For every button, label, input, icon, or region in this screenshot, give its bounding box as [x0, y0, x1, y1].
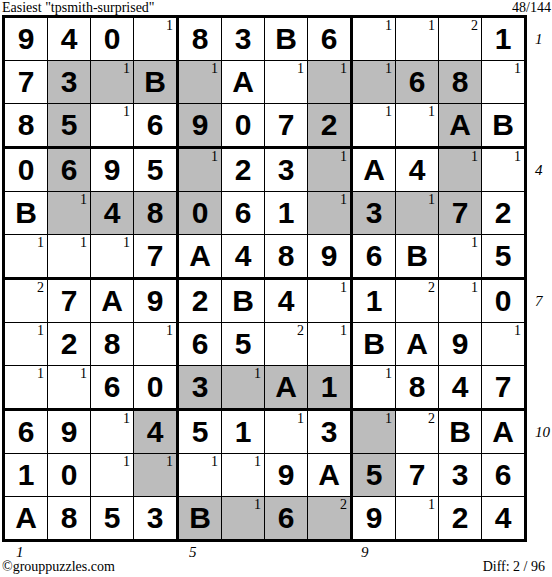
cell-value: 5 — [192, 417, 209, 447]
cell-r5c12[interactable]: 2 — [482, 192, 524, 235]
cell-r2c4[interactable]: B — [134, 61, 179, 104]
cell-r9c11[interactable]: 4 — [439, 366, 482, 411]
cell-r2c8[interactable]: 1 — [308, 61, 353, 104]
cell-r6c11[interactable]: 1 — [439, 235, 482, 280]
cell-value: 7 — [61, 286, 78, 316]
cell-r1c3[interactable]: 0 — [91, 18, 134, 61]
cell-r12c7[interactable]: 6 — [265, 497, 308, 539]
cell-r3c7[interactable]: 7 — [265, 104, 308, 149]
pencil-mark: 1 — [211, 149, 218, 164]
cell-r7c7[interactable]: 4 — [265, 280, 308, 323]
cell-value: 3 — [366, 198, 383, 228]
cell-value: 0 — [104, 24, 121, 54]
cell-value: 2 — [495, 198, 512, 228]
pencil-mark: 1 — [428, 192, 435, 207]
cell-value: 6 — [18, 417, 35, 447]
cell-value: 9 — [452, 329, 469, 359]
cell-r11c2[interactable]: 0 — [48, 454, 91, 497]
cell-value: 6 — [278, 503, 295, 533]
pencil-mark: 1 — [254, 497, 261, 512]
cell-value: 0 — [147, 372, 164, 402]
cell-r7c2[interactable]: 7 — [48, 280, 91, 323]
cell-r8c1[interactable]: 1 — [5, 323, 48, 366]
cell-r2c9[interactable]: 1 — [353, 61, 396, 104]
cell-value: 7 — [278, 110, 295, 140]
cell-value: 5 — [235, 329, 252, 359]
cell-r10c5[interactable]: 5 — [179, 411, 222, 454]
cell-r6c6[interactable]: 4 — [222, 235, 265, 280]
pencil-mark: 1 — [385, 411, 392, 426]
cell-r10c8[interactable]: 3 — [308, 411, 353, 454]
cell-r12c11[interactable]: 2 — [439, 497, 482, 539]
row-label-10: 10 — [535, 424, 552, 440]
cell-value: B — [406, 241, 428, 271]
cell-value: A — [101, 286, 123, 316]
cell-value: 4 — [278, 286, 295, 316]
cell-value: 3 — [61, 67, 78, 97]
cell-r3c6[interactable]: 0 — [222, 104, 265, 149]
cell-r11c7[interactable]: 9 — [265, 454, 308, 497]
cell-value: A — [318, 460, 340, 490]
pencil-mark: 1 — [385, 18, 392, 33]
cell-value: A — [406, 329, 428, 359]
cell-value: B — [363, 329, 385, 359]
pencil-mark: 1 — [123, 104, 130, 119]
copyright-text: ©grouppuzzles.com — [2, 559, 115, 575]
cell-r1c11[interactable]: 2 — [439, 18, 482, 61]
pencil-mark: 2 — [37, 280, 44, 295]
cell-value: 3 — [321, 417, 338, 447]
cell-value: 7 — [495, 372, 512, 402]
cell-r3c9[interactable]: 1 — [353, 104, 396, 149]
cell-r10c4[interactable]: 4 — [134, 411, 179, 454]
pencil-mark: 1 — [80, 192, 87, 207]
cell-value: 7 — [147, 241, 164, 271]
pencil-mark: 1 — [428, 18, 435, 33]
cell-value: 5 — [366, 460, 383, 490]
pencil-mark: 2 — [340, 497, 347, 512]
pencil-mark: 1 — [385, 61, 392, 76]
cell-r5c4[interactable]: 8 — [134, 192, 179, 235]
pencil-mark: 1 — [37, 366, 44, 381]
pencil-mark: 1 — [471, 280, 478, 295]
pencil-mark: 1 — [211, 61, 218, 76]
pencil-mark: 1 — [340, 149, 347, 164]
cell-r8c4[interactable]: 1 — [134, 323, 179, 366]
cell-r12c2[interactable]: 8 — [48, 497, 91, 539]
cell-r5c8[interactable]: 1 — [308, 192, 353, 235]
cell-r8c3[interactable]: 8 — [91, 323, 134, 366]
pencil-mark: 1 — [37, 323, 44, 338]
cell-value: 9 — [18, 24, 35, 54]
cell-r4c7[interactable]: 3 — [265, 149, 308, 192]
cell-r10c2[interactable]: 9 — [48, 411, 91, 454]
cell-r7c1[interactable]: 2 — [5, 280, 48, 323]
cell-r1c9[interactable]: 1 — [353, 18, 396, 61]
cell-r8c8[interactable]: 1 — [308, 323, 353, 366]
cell-r3c3[interactable]: 1 — [91, 104, 134, 149]
cell-value: 6 — [321, 24, 338, 54]
cell-r1c7[interactable]: B — [265, 18, 308, 61]
cell-value: 5 — [147, 155, 164, 185]
cell-r12c3[interactable]: 5 — [91, 497, 134, 539]
cell-value: B — [232, 286, 254, 316]
cell-r2c10[interactable]: 6 — [396, 61, 439, 104]
cell-value: B — [189, 503, 211, 533]
row-label-1: 1 — [535, 31, 552, 47]
cell-r5c9[interactable]: 3 — [353, 192, 396, 235]
cell-r6c5[interactable]: A — [179, 235, 222, 280]
col-label-1: 1 — [16, 544, 24, 560]
cell-r5c5[interactable]: 0 — [179, 192, 222, 235]
cell-value: 1 — [235, 417, 252, 447]
pencil-mark: 1 — [166, 454, 173, 469]
pencil-mark: 1 — [166, 18, 173, 33]
pencil-mark: 1 — [385, 104, 392, 119]
cell-r3c10[interactable]: 1 — [396, 104, 439, 149]
cell-value: 2 — [452, 503, 469, 533]
cell-r6c3[interactable]: 1 — [91, 235, 134, 280]
cell-r7c6[interactable]: B — [222, 280, 265, 323]
cell-r4c10[interactable]: 4 — [396, 149, 439, 192]
cell-r9c8[interactable]: 1 — [308, 366, 353, 411]
cell-r12c1[interactable]: A — [5, 497, 48, 539]
cell-r5c3[interactable]: 4 — [91, 192, 134, 235]
cell-value: 4 — [147, 417, 164, 447]
cell-value: 9 — [192, 110, 209, 140]
cell-r5c7[interactable]: 1 — [265, 192, 308, 235]
pencil-mark: 1 — [211, 454, 218, 469]
cell-r7c12[interactable]: 0 — [482, 280, 524, 323]
cell-value: 2 — [192, 286, 209, 316]
cell-r11c5[interactable]: 1 — [179, 454, 222, 497]
pencil-mark: 1 — [340, 61, 347, 76]
cell-value: 7 — [409, 460, 426, 490]
cell-value: 0 — [192, 198, 209, 228]
puzzle-title: Easiest "tpsmith-surprised" — [2, 0, 155, 16]
pencil-mark: 1 — [80, 235, 87, 250]
cell-r7c4[interactable]: 9 — [134, 280, 179, 323]
pencil-mark: 2 — [428, 411, 435, 426]
cell-r1c4[interactable]: 1 — [134, 18, 179, 61]
cell-r11c8[interactable]: A — [308, 454, 353, 497]
pencil-mark: 1 — [471, 235, 478, 250]
cell-r3c12[interactable]: B — [482, 104, 524, 149]
cell-value: 3 — [235, 24, 252, 54]
cell-r4c1[interactable]: 0 — [5, 149, 48, 192]
cell-r8c9[interactable]: B — [353, 323, 396, 366]
cell-r10c9[interactable]: 1 — [353, 411, 396, 454]
cell-value: 0 — [18, 155, 35, 185]
cell-value: 8 — [409, 372, 426, 402]
cell-r6c8[interactable]: 9 — [308, 235, 353, 280]
cell-value: 7 — [18, 67, 35, 97]
cell-r10c11[interactable]: B — [439, 411, 482, 454]
cell-r4c9[interactable]: A — [353, 149, 396, 192]
cell-value: 9 — [366, 503, 383, 533]
cell-value: 8 — [278, 241, 295, 271]
pencil-mark: 1 — [123, 235, 130, 250]
cell-r2c3[interactable]: 1 — [91, 61, 134, 104]
cell-value: A — [363, 155, 385, 185]
cell-r9c3[interactable]: 6 — [91, 366, 134, 411]
cell-value: 6 — [147, 110, 164, 140]
cell-r3c8[interactable]: 2 — [308, 104, 353, 149]
cell-value: A — [232, 67, 254, 97]
pencil-mark: 1 — [340, 323, 347, 338]
pencil-mark: 1 — [514, 149, 521, 164]
cell-r2c7[interactable]: 1 — [265, 61, 308, 104]
cell-value: 9 — [61, 417, 78, 447]
cell-r11c1[interactable]: 1 — [5, 454, 48, 497]
cell-r9c9[interactable]: 1 — [353, 366, 396, 411]
cell-r10c1[interactable]: 6 — [5, 411, 48, 454]
cell-r6c12[interactable]: 5 — [482, 235, 524, 280]
cell-value: 6 — [104, 372, 121, 402]
cell-r11c4[interactable]: 1 — [134, 454, 179, 497]
cell-value: A — [189, 241, 211, 271]
cell-r7c3[interactable]: A — [91, 280, 134, 323]
col-label-5: 5 — [189, 544, 197, 560]
cell-r10c10[interactable]: 2 — [396, 411, 439, 454]
pencil-mark: 2 — [297, 323, 304, 338]
cell-r6c1[interactable]: 1 — [5, 235, 48, 280]
cell-value: 1 — [366, 286, 383, 316]
cell-r1c10[interactable]: 1 — [396, 18, 439, 61]
col-label-9: 9 — [361, 544, 369, 560]
cell-value: 5 — [61, 110, 78, 140]
cell-value: 6 — [366, 241, 383, 271]
cell-r9c7[interactable]: A — [265, 366, 308, 411]
cell-r12c5[interactable]: B — [179, 497, 222, 539]
cell-value: 9 — [321, 241, 338, 271]
cell-value: 2 — [61, 329, 78, 359]
cell-r10c3[interactable]: 1 — [91, 411, 134, 454]
cell-value: B — [15, 198, 37, 228]
pencil-mark: 1 — [385, 366, 392, 381]
cell-r2c1[interactable]: 7 — [5, 61, 48, 104]
cell-value: 7 — [452, 198, 469, 228]
pencil-mark: 1 — [428, 497, 435, 512]
cell-value: B — [492, 110, 514, 140]
cell-r9c12[interactable]: 7 — [482, 366, 524, 411]
cell-value: 9 — [278, 460, 295, 490]
pencil-mark: 1 — [166, 323, 173, 338]
cell-value: 4 — [61, 24, 78, 54]
cell-value: A — [492, 417, 514, 447]
cell-r8c7[interactable]: 2 — [265, 323, 308, 366]
cell-r12c6[interactable]: 1 — [222, 497, 265, 539]
cell-value: 8 — [192, 24, 209, 54]
sudoku-board: 940183B61121731B1A1116818516907211AB0695… — [2, 15, 527, 542]
pencil-mark: 1 — [80, 366, 87, 381]
cell-r9c6[interactable]: 1 — [222, 366, 265, 411]
cell-r10c7[interactable]: 1 — [265, 411, 308, 454]
cell-r2c2[interactable]: 3 — [48, 61, 91, 104]
cell-r12c4[interactable]: 3 — [134, 497, 179, 539]
cell-r10c6[interactable]: 1 — [222, 411, 265, 454]
cell-r4c5[interactable]: 1 — [179, 149, 222, 192]
cell-r2c6[interactable]: A — [222, 61, 265, 104]
pencil-mark: 1 — [514, 323, 521, 338]
cell-r1c2[interactable]: 4 — [48, 18, 91, 61]
pencil-mark: 1 — [297, 411, 304, 426]
cell-value: 6 — [192, 329, 209, 359]
cell-r8c11[interactable]: 9 — [439, 323, 482, 366]
cell-value: 4 — [235, 241, 252, 271]
cell-r5c6[interactable]: 6 — [222, 192, 265, 235]
cell-r3c2[interactable]: 5 — [48, 104, 91, 149]
puzzle-counter: 48/144 — [512, 0, 551, 16]
cell-r4c3[interactable]: 9 — [91, 149, 134, 192]
cell-r6c10[interactable]: B — [396, 235, 439, 280]
cell-value: 1 — [495, 24, 512, 54]
cell-value: 6 — [61, 155, 78, 185]
pencil-mark: 1 — [123, 411, 130, 426]
cell-value: 4 — [104, 198, 121, 228]
cell-r11c6[interactable]: 1 — [222, 454, 265, 497]
cell-r8c12[interactable]: 1 — [482, 323, 524, 366]
cell-r1c5[interactable]: 8 — [179, 18, 222, 61]
cell-r5c10[interactable]: 1 — [396, 192, 439, 235]
cell-value: B — [449, 417, 471, 447]
cell-r8c6[interactable]: 5 — [222, 323, 265, 366]
cell-r11c3[interactable]: 1 — [91, 454, 134, 497]
pencil-mark: 2 — [471, 18, 478, 33]
pencil-mark: 1 — [428, 104, 435, 119]
cell-value: A — [275, 372, 297, 402]
pencil-mark: 1 — [254, 366, 261, 381]
cell-r12c8[interactable]: 2 — [308, 497, 353, 539]
cell-r7c9[interactable]: 1 — [353, 280, 396, 323]
cell-value: A — [15, 503, 37, 533]
cell-value: B — [144, 67, 166, 97]
row-label-7: 7 — [535, 293, 552, 309]
cell-r11c12[interactable]: 6 — [482, 454, 524, 497]
cell-value: 1 — [18, 460, 35, 490]
cell-r4c12[interactable]: 1 — [482, 149, 524, 192]
pencil-mark: 1 — [123, 454, 130, 469]
cell-value: 4 — [409, 155, 426, 185]
cell-r4c2[interactable]: 6 — [48, 149, 91, 192]
pencil-mark: 1 — [340, 192, 347, 207]
cell-r4c11[interactable]: 1 — [439, 149, 482, 192]
cell-r9c1[interactable]: 1 — [5, 366, 48, 411]
cell-r7c5[interactable]: 2 — [179, 280, 222, 323]
cell-r5c2[interactable]: 1 — [48, 192, 91, 235]
cell-value: 2 — [235, 155, 252, 185]
cell-r6c9[interactable]: 6 — [353, 235, 396, 280]
cell-value: 3 — [452, 460, 469, 490]
cell-r7c10[interactable]: 2 — [396, 280, 439, 323]
cell-r1c1[interactable]: 9 — [5, 18, 48, 61]
difficulty-text: Diff: 2 / 96 — [483, 559, 545, 575]
cell-r6c7[interactable]: 8 — [265, 235, 308, 280]
cell-r8c2[interactable]: 2 — [48, 323, 91, 366]
cell-value: 9 — [104, 155, 121, 185]
cell-value: A — [449, 110, 471, 140]
cell-value: 4 — [495, 503, 512, 533]
cell-r12c10[interactable]: 1 — [396, 497, 439, 539]
cell-value: 1 — [278, 198, 295, 228]
cell-r10c12[interactable]: A — [482, 411, 524, 454]
pencil-mark: 1 — [254, 454, 261, 469]
cell-r11c9[interactable]: 5 — [353, 454, 396, 497]
cell-r6c4[interactable]: 7 — [134, 235, 179, 280]
cell-r9c10[interactable]: 8 — [396, 366, 439, 411]
cell-r6c2[interactable]: 1 — [48, 235, 91, 280]
cell-r9c4[interactable]: 0 — [134, 366, 179, 411]
cell-value: 3 — [192, 372, 209, 402]
cell-r2c11[interactable]: 8 — [439, 61, 482, 104]
cell-value: 0 — [495, 286, 512, 316]
cell-value: 9 — [147, 286, 164, 316]
cell-value: 0 — [61, 460, 78, 490]
cell-value: 8 — [61, 503, 78, 533]
cell-r9c2[interactable]: 1 — [48, 366, 91, 411]
cell-value: 5 — [104, 503, 121, 533]
cell-r3c4[interactable]: 6 — [134, 104, 179, 149]
cell-r4c4[interactable]: 5 — [134, 149, 179, 192]
cell-r1c8[interactable]: 6 — [308, 18, 353, 61]
cell-r9c5[interactable]: 3 — [179, 366, 222, 411]
cell-r3c1[interactable]: 8 — [5, 104, 48, 149]
cell-r3c5[interactable]: 9 — [179, 104, 222, 149]
cell-value: 3 — [278, 155, 295, 185]
cell-value: 8 — [452, 67, 469, 97]
cell-r1c12[interactable]: 1 — [482, 18, 524, 61]
cell-r11c10[interactable]: 7 — [396, 454, 439, 497]
cell-r8c5[interactable]: 6 — [179, 323, 222, 366]
cell-r12c12[interactable]: 4 — [482, 497, 524, 539]
cell-value: 5 — [495, 241, 512, 271]
pencil-mark: 1 — [471, 149, 478, 164]
cell-value: 8 — [104, 329, 121, 359]
cell-value: 8 — [18, 110, 35, 140]
cell-value: 0 — [235, 110, 252, 140]
cell-value: 3 — [147, 503, 164, 533]
cell-value: 4 — [452, 372, 469, 402]
pencil-mark: 1 — [514, 61, 521, 76]
cell-value: 8 — [147, 198, 164, 228]
pencil-mark: 1 — [297, 61, 304, 76]
pencil-mark: 1 — [123, 61, 130, 76]
cell-r2c12[interactable]: 1 — [482, 61, 524, 104]
cell-r8c10[interactable]: A — [396, 323, 439, 366]
cell-r5c11[interactable]: 7 — [439, 192, 482, 235]
pencil-mark: 1 — [37, 235, 44, 250]
cell-r12c9[interactable]: 9 — [353, 497, 396, 539]
cell-value: 2 — [321, 110, 338, 140]
cell-r7c11[interactable]: 1 — [439, 280, 482, 323]
cell-value: 6 — [495, 460, 512, 490]
cell-r11c11[interactable]: 3 — [439, 454, 482, 497]
cell-value: B — [275, 24, 297, 54]
row-label-4: 4 — [535, 162, 552, 178]
cell-value: 1 — [321, 372, 338, 402]
cell-r4c8[interactable]: 1 — [308, 149, 353, 192]
cell-r1c6[interactable]: 3 — [222, 18, 265, 61]
cell-r7c8[interactable]: 1 — [308, 280, 353, 323]
pencil-mark: 2 — [428, 280, 435, 295]
cell-r4c6[interactable]: 2 — [222, 149, 265, 192]
cell-r2c5[interactable]: 1 — [179, 61, 222, 104]
cell-value: 6 — [235, 198, 252, 228]
cell-r3c11[interactable]: A — [439, 104, 482, 149]
pencil-mark: 1 — [340, 280, 347, 295]
cell-value: 6 — [409, 67, 426, 97]
cell-r5c1[interactable]: B — [5, 192, 48, 235]
